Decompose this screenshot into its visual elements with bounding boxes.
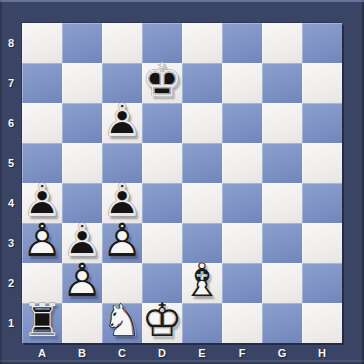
- square-d6[interactable]: [142, 103, 182, 143]
- square-h1[interactable]: [302, 303, 342, 343]
- rank-label-3: 3: [0, 223, 22, 263]
- square-b2[interactable]: ♟♙: [62, 263, 102, 303]
- square-c3[interactable]: ♟♙: [102, 223, 142, 263]
- black-king-outline: ♔: [142, 60, 182, 100]
- file-label-D: D: [142, 343, 182, 363]
- square-c8[interactable]: [102, 23, 142, 63]
- square-h6[interactable]: [302, 103, 342, 143]
- rank-label-8: 8: [0, 23, 22, 63]
- black-king[interactable]: ♚♔: [142, 63, 182, 103]
- square-f4[interactable]: [222, 183, 262, 223]
- rank-labels: 87654321: [0, 23, 22, 343]
- file-label-A: A: [22, 343, 62, 363]
- square-d4[interactable]: [142, 183, 182, 223]
- white-pawn-outline: ♙: [102, 220, 142, 260]
- square-e8[interactable]: [182, 23, 222, 63]
- square-f2[interactable]: [222, 263, 262, 303]
- square-a8[interactable]: [22, 23, 62, 63]
- square-f7[interactable]: [222, 63, 262, 103]
- square-d3[interactable]: [142, 223, 182, 263]
- square-g2[interactable]: [262, 263, 302, 303]
- square-g7[interactable]: [262, 63, 302, 103]
- square-a3[interactable]: ♟♙: [22, 223, 62, 263]
- square-e6[interactable]: [182, 103, 222, 143]
- square-e7[interactable]: [182, 63, 222, 103]
- square-b5[interactable]: [62, 143, 102, 183]
- square-d1[interactable]: ♚♔: [142, 303, 182, 343]
- square-f5[interactable]: [222, 143, 262, 183]
- square-c6[interactable]: ♟♙: [102, 103, 142, 143]
- white-pawn-outline: ♙: [22, 220, 62, 260]
- square-f6[interactable]: [222, 103, 262, 143]
- square-e1[interactable]: [182, 303, 222, 343]
- square-a6[interactable]: [22, 103, 62, 143]
- square-h5[interactable]: [302, 143, 342, 183]
- white-knight[interactable]: ♞♘: [102, 303, 142, 343]
- square-b1[interactable]: [62, 303, 102, 343]
- square-e2[interactable]: ♝♗: [182, 263, 222, 303]
- chess-board: ♚♔♟♙♟♙♟♙♟♙♟♙♟♙♟♙♝♗♜♖♞♘♚♔: [22, 23, 342, 343]
- file-labels: ABCDEFGH: [22, 343, 342, 363]
- white-king[interactable]: ♚♔: [142, 303, 182, 343]
- black-pawn[interactable]: ♟♙: [102, 103, 142, 143]
- white-pawn[interactable]: ♟♙: [62, 263, 102, 303]
- black-rook[interactable]: ♜♖: [22, 303, 62, 343]
- square-b8[interactable]: [62, 23, 102, 63]
- square-d7[interactable]: ♚♔: [142, 63, 182, 103]
- rank-label-4: 4: [0, 183, 22, 223]
- file-label-G: G: [262, 343, 302, 363]
- square-g5[interactable]: [262, 143, 302, 183]
- square-h7[interactable]: [302, 63, 342, 103]
- white-king-outline: ♔: [142, 300, 182, 340]
- file-label-H: H: [302, 343, 342, 363]
- white-knight-outline: ♘: [102, 300, 142, 340]
- white-pawn-outline: ♙: [62, 260, 102, 300]
- square-g4[interactable]: [262, 183, 302, 223]
- square-h3[interactable]: [302, 223, 342, 263]
- square-g3[interactable]: [262, 223, 302, 263]
- square-e5[interactable]: [182, 143, 222, 183]
- square-h2[interactable]: [302, 263, 342, 303]
- file-label-E: E: [182, 343, 222, 363]
- white-bishop[interactable]: ♝♗: [182, 263, 222, 303]
- file-label-F: F: [222, 343, 262, 363]
- square-e4[interactable]: [182, 183, 222, 223]
- rank-label-7: 7: [0, 63, 22, 103]
- square-d5[interactable]: [142, 143, 182, 183]
- square-g8[interactable]: [262, 23, 302, 63]
- square-a7[interactable]: [22, 63, 62, 103]
- square-g1[interactable]: [262, 303, 302, 343]
- square-b7[interactable]: [62, 63, 102, 103]
- square-b6[interactable]: [62, 103, 102, 143]
- chess-board-diagram: 87654321 ♚♔♟♙♟♙♟♙♟♙♟♙♟♙♟♙♝♗♜♖♞♘♚♔ ABCDEF…: [0, 0, 364, 364]
- square-f1[interactable]: [222, 303, 262, 343]
- rank-label-1: 1: [0, 303, 22, 343]
- square-h8[interactable]: [302, 23, 342, 63]
- square-a1[interactable]: ♜♖: [22, 303, 62, 343]
- square-g6[interactable]: [262, 103, 302, 143]
- rank-label-2: 2: [0, 263, 22, 303]
- rank-label-5: 5: [0, 143, 22, 183]
- rank-label-6: 6: [0, 103, 22, 143]
- square-f8[interactable]: [222, 23, 262, 63]
- white-pawn[interactable]: ♟♙: [102, 223, 142, 263]
- black-pawn-outline: ♙: [102, 100, 142, 140]
- black-rook-outline: ♖: [22, 300, 62, 340]
- white-pawn[interactable]: ♟♙: [22, 223, 62, 263]
- square-f3[interactable]: [222, 223, 262, 263]
- square-h4[interactable]: [302, 183, 342, 223]
- white-bishop-outline: ♗: [182, 260, 222, 300]
- square-c1[interactable]: ♞♘: [102, 303, 142, 343]
- file-label-B: B: [62, 343, 102, 363]
- file-label-C: C: [102, 343, 142, 363]
